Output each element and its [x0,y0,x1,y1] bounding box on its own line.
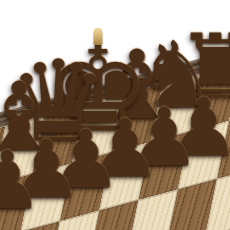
piece-pawn-c7: ♟ [0,141,43,221]
king-finial [93,28,102,45]
chess-set-photo: ♝♛♚♝♞♜♟♟♟♟♟♟ [0,0,230,230]
